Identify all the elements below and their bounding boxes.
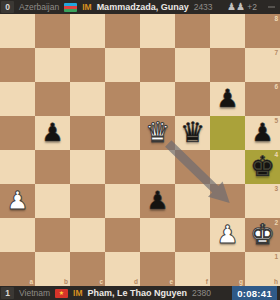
coordinate-file-a: a bbox=[29, 278, 33, 285]
square-d6[interactable] bbox=[105, 82, 140, 116]
piece-white-pawn[interactable]: ♟ bbox=[6, 184, 28, 218]
bottom-player-rating: 2380 bbox=[192, 288, 211, 298]
bottom-player-title: IM bbox=[73, 288, 82, 298]
top-player-bar: 0 Azerbaijan IM Mammadzada, Gunay 2433 ♟… bbox=[0, 0, 280, 14]
square-c3[interactable] bbox=[70, 184, 105, 218]
square-e3[interactable]: ♟ bbox=[140, 184, 175, 218]
square-d3[interactable] bbox=[105, 184, 140, 218]
coordinate-rank-8: 8 bbox=[274, 15, 278, 22]
material-advantage-value: +2 bbox=[247, 2, 257, 12]
square-a3[interactable]: ♟ bbox=[0, 184, 35, 218]
square-a5[interactable] bbox=[0, 116, 35, 150]
coordinate-file-e: e bbox=[169, 278, 173, 285]
square-b8[interactable] bbox=[35, 14, 70, 48]
square-d1[interactable]: d bbox=[105, 252, 140, 286]
coordinate-rank-1: 1 bbox=[274, 253, 278, 260]
square-b4[interactable] bbox=[35, 150, 70, 184]
square-h3[interactable]: 3 bbox=[245, 184, 280, 218]
square-f1[interactable]: f bbox=[175, 252, 210, 286]
match-score-top: 0 bbox=[1, 1, 14, 13]
square-b3[interactable] bbox=[35, 184, 70, 218]
square-f5[interactable]: ♛ bbox=[175, 116, 210, 150]
top-player-title: IM bbox=[82, 2, 91, 12]
bottom-player-name[interactable]: Pham, Le Thao Nguyen bbox=[87, 288, 187, 298]
flag-azerbaijan-icon bbox=[64, 3, 77, 12]
square-g2[interactable]: ♟ bbox=[210, 218, 245, 252]
square-e7[interactable] bbox=[140, 48, 175, 82]
square-c2[interactable] bbox=[70, 218, 105, 252]
square-c8[interactable] bbox=[70, 14, 105, 48]
square-a7[interactable] bbox=[0, 48, 35, 82]
piece-black-queen[interactable]: ♛ bbox=[180, 116, 205, 150]
coordinate-file-g: g bbox=[239, 278, 243, 285]
square-f3[interactable] bbox=[175, 184, 210, 218]
square-g4[interactable] bbox=[210, 150, 245, 184]
square-h5[interactable]: 5♟ bbox=[245, 116, 280, 150]
square-a4[interactable] bbox=[0, 150, 35, 184]
coordinate-rank-5: 5 bbox=[274, 117, 278, 124]
star-icon: ★ bbox=[59, 290, 64, 296]
piece-white-queen[interactable]: ♛ bbox=[145, 116, 170, 150]
top-player-country: Azerbaijan bbox=[19, 2, 59, 12]
square-d5[interactable] bbox=[105, 116, 140, 150]
square-g1[interactable]: g bbox=[210, 252, 245, 286]
coordinate-file-b: b bbox=[64, 278, 68, 285]
coordinate-rank-4: 4 bbox=[274, 151, 278, 158]
top-player-rating: 2433 bbox=[194, 2, 213, 12]
square-f7[interactable] bbox=[175, 48, 210, 82]
square-e2[interactable] bbox=[140, 218, 175, 252]
coordinate-file-f: f bbox=[206, 278, 208, 285]
piece-black-king[interactable]: ♚ bbox=[250, 150, 275, 184]
piece-black-pawn[interactable]: ♟ bbox=[146, 184, 168, 218]
square-e5[interactable]: ♛ bbox=[140, 116, 175, 150]
coordinate-rank-6: 6 bbox=[274, 83, 278, 90]
square-f4[interactable] bbox=[175, 150, 210, 184]
square-h1[interactable]: 1h bbox=[245, 252, 280, 286]
square-h7[interactable]: 7 bbox=[245, 48, 280, 82]
material-advantage: ♟♟ +2 bbox=[227, 2, 257, 12]
square-a1[interactable]: a bbox=[0, 252, 35, 286]
square-e6[interactable] bbox=[140, 82, 175, 116]
square-c6[interactable] bbox=[70, 82, 105, 116]
match-score-bottom: 1 bbox=[1, 287, 14, 299]
square-a6[interactable] bbox=[0, 82, 35, 116]
square-f6[interactable] bbox=[175, 82, 210, 116]
square-f8[interactable] bbox=[175, 14, 210, 48]
top-player-name[interactable]: Mammadzada, Gunay bbox=[97, 2, 189, 12]
dash-icon bbox=[268, 6, 275, 8]
square-a8[interactable] bbox=[0, 14, 35, 48]
square-h2[interactable]: 2♚ bbox=[245, 218, 280, 252]
chess-board[interactable]: 87♟6♟♛♛5♟4♚♟♟3♟2♚abcdefg1h bbox=[0, 14, 280, 286]
square-f2[interactable] bbox=[175, 218, 210, 252]
square-g8[interactable] bbox=[210, 14, 245, 48]
square-b6[interactable] bbox=[35, 82, 70, 116]
square-b1[interactable]: b bbox=[35, 252, 70, 286]
square-g7[interactable] bbox=[210, 48, 245, 82]
square-g6[interactable]: ♟ bbox=[210, 82, 245, 116]
coordinate-rank-3: 3 bbox=[274, 185, 278, 192]
square-b2[interactable] bbox=[35, 218, 70, 252]
coordinate-file-d: d bbox=[134, 278, 138, 285]
square-g5[interactable] bbox=[210, 116, 245, 150]
square-h4[interactable]: 4♚ bbox=[245, 150, 280, 184]
piece-white-pawn[interactable]: ♟ bbox=[216, 218, 238, 252]
square-h6[interactable]: 6 bbox=[245, 82, 280, 116]
piece-black-pawn[interactable]: ♟ bbox=[41, 116, 63, 150]
square-b7[interactable] bbox=[35, 48, 70, 82]
coordinate-rank-7: 7 bbox=[274, 49, 278, 56]
piece-black-pawn[interactable]: ♟ bbox=[216, 82, 238, 116]
bottom-player-country: Vietnam bbox=[19, 288, 50, 298]
square-d2[interactable] bbox=[105, 218, 140, 252]
square-b5[interactable]: ♟ bbox=[35, 116, 70, 150]
coordinate-file-c: c bbox=[99, 278, 103, 285]
square-d7[interactable] bbox=[105, 48, 140, 82]
board-area: 87♟6♟♛♛5♟4♚♟♟3♟2♚abcdefg1h bbox=[0, 14, 280, 286]
square-g3[interactable] bbox=[210, 184, 245, 218]
square-e4[interactable] bbox=[140, 150, 175, 184]
square-e8[interactable] bbox=[140, 14, 175, 48]
square-e1[interactable]: e bbox=[140, 252, 175, 286]
square-d4[interactable] bbox=[105, 150, 140, 184]
square-c7[interactable] bbox=[70, 48, 105, 82]
flag-vietnam-icon: ★ bbox=[55, 289, 68, 298]
chess-broadcast-window: 0 Azerbaijan IM Mammadzada, Gunay 2433 ♟… bbox=[0, 0, 280, 300]
square-d8[interactable] bbox=[105, 14, 140, 48]
square-c1[interactable]: c bbox=[70, 252, 105, 286]
square-c5[interactable] bbox=[70, 116, 105, 150]
coordinate-file-h: h bbox=[274, 278, 278, 285]
coordinate-rank-2: 2 bbox=[274, 219, 278, 226]
square-h8[interactable]: 8 bbox=[245, 14, 280, 48]
bottom-player-clock: 0:08:41 bbox=[232, 286, 277, 300]
square-a2[interactable] bbox=[0, 218, 35, 252]
bottom-player-bar: 1 Vietnam ★ IM Pham, Le Thao Nguyen 2380… bbox=[0, 286, 280, 300]
piece-black-pawn[interactable]: ♟ bbox=[251, 116, 273, 150]
piece-white-king[interactable]: ♚ bbox=[250, 218, 275, 252]
captured-pawn-icons: ♟♟ bbox=[227, 2, 245, 12]
square-c4[interactable] bbox=[70, 150, 105, 184]
